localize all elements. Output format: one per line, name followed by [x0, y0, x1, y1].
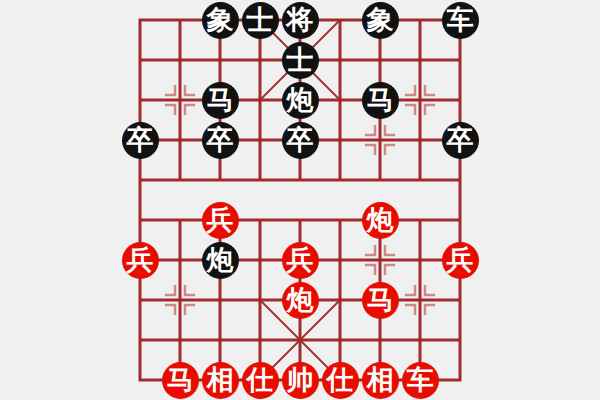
piece-red-soldier[interactable]: 兵	[122, 242, 159, 279]
piece-red-advisor[interactable]: 仕	[322, 362, 359, 399]
piece-black-general[interactable]: 将	[282, 2, 319, 39]
piece-red-advisor[interactable]: 仕	[242, 362, 279, 399]
piece-black-elephant[interactable]: 象	[202, 2, 239, 39]
piece-red-elephant[interactable]: 相	[202, 362, 239, 399]
piece-black-advisor[interactable]: 士	[282, 42, 319, 79]
piece-glyph: 相	[367, 367, 394, 394]
piece-glyph: 兵	[207, 207, 234, 234]
piece-red-general[interactable]: 帅	[282, 362, 319, 399]
piece-glyph: 马	[167, 367, 194, 394]
piece-red-cannon[interactable]: 炮	[362, 202, 399, 239]
piece-black-soldier[interactable]: 卒	[202, 122, 239, 159]
piece-black-horse[interactable]: 马	[202, 82, 239, 119]
piece-glyph: 兵	[127, 247, 154, 274]
piece-red-cannon[interactable]: 炮	[282, 282, 319, 319]
piece-black-chariot[interactable]: 车	[442, 2, 479, 39]
piece-black-soldier[interactable]: 卒	[122, 122, 159, 159]
piece-black-advisor[interactable]: 士	[242, 2, 279, 39]
piece-glyph: 仕	[327, 367, 354, 394]
piece-glyph: 卒	[127, 127, 154, 154]
piece-glyph: 马	[367, 287, 394, 314]
piece-glyph: 将	[287, 7, 314, 34]
piece-black-elephant[interactable]: 象	[362, 2, 399, 39]
piece-black-cannon[interactable]: 炮	[282, 82, 319, 119]
piece-glyph: 炮	[287, 287, 314, 314]
piece-black-cannon[interactable]: 炮	[202, 242, 239, 279]
piece-glyph: 兵	[447, 247, 474, 274]
piece-glyph: 士	[247, 7, 274, 34]
piece-black-soldier[interactable]: 卒	[282, 122, 319, 159]
piece-red-horse[interactable]: 马	[162, 362, 199, 399]
piece-glyph: 卒	[207, 127, 234, 154]
piece-glyph: 象	[367, 7, 394, 34]
piece-glyph: 车	[407, 367, 434, 394]
piece-glyph: 马	[367, 87, 394, 114]
piece-black-soldier[interactable]: 卒	[442, 122, 479, 159]
piece-glyph: 卒	[287, 127, 314, 154]
piece-glyph: 卒	[447, 127, 474, 154]
piece-glyph: 炮	[367, 207, 394, 234]
piece-glyph: 士	[287, 47, 314, 74]
piece-red-soldier[interactable]: 兵	[442, 242, 479, 279]
pieces-layer: 象士将象车士马炮马卒卒卒卒兵炮兵炮兵兵炮马马相仕帅仕相车	[120, 0, 480, 400]
piece-glyph: 象	[207, 7, 234, 34]
piece-red-soldier[interactable]: 兵	[282, 242, 319, 279]
xiangqi-board[interactable]: 象士将象车士马炮马卒卒卒卒兵炮兵炮兵兵炮马马相仕帅仕相车	[0, 0, 600, 400]
piece-glyph: 马	[207, 87, 234, 114]
piece-glyph: 帅	[287, 367, 314, 394]
piece-glyph: 相	[207, 367, 234, 394]
piece-glyph: 兵	[287, 247, 314, 274]
piece-glyph: 炮	[287, 87, 314, 114]
piece-glyph: 车	[447, 7, 474, 34]
piece-black-horse[interactable]: 马	[362, 82, 399, 119]
piece-red-horse[interactable]: 马	[362, 282, 399, 319]
piece-glyph: 仕	[247, 367, 274, 394]
piece-glyph: 炮	[207, 247, 234, 274]
piece-red-elephant[interactable]: 相	[362, 362, 399, 399]
piece-red-chariot[interactable]: 车	[402, 362, 439, 399]
piece-red-soldier[interactable]: 兵	[202, 202, 239, 239]
